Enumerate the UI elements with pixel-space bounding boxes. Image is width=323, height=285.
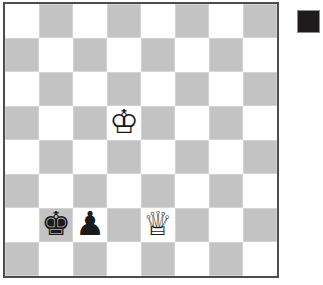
piece-black-pawn: ♟ — [75, 208, 105, 241]
chess-board: ♔♚♟♕ — [3, 2, 279, 278]
square-a4[interactable] — [5, 140, 39, 174]
black-to-move-indicator — [297, 10, 320, 33]
square-a5[interactable] — [5, 106, 39, 140]
square-h8[interactable] — [243, 4, 277, 38]
square-g6[interactable] — [209, 72, 243, 106]
square-a3[interactable] — [5, 174, 39, 208]
square-g1[interactable] — [209, 242, 243, 276]
square-e4[interactable] — [141, 140, 175, 174]
square-c2[interactable]: ♟ — [73, 208, 107, 242]
square-c5[interactable] — [73, 106, 107, 140]
square-e6[interactable] — [141, 72, 175, 106]
square-d3[interactable] — [107, 174, 141, 208]
square-b6[interactable] — [39, 72, 73, 106]
square-e3[interactable] — [141, 174, 175, 208]
square-c3[interactable] — [73, 174, 107, 208]
square-f3[interactable] — [175, 174, 209, 208]
square-f5[interactable] — [175, 106, 209, 140]
square-h7[interactable] — [243, 38, 277, 72]
square-c7[interactable] — [73, 38, 107, 72]
square-c1[interactable] — [73, 242, 107, 276]
square-d5[interactable]: ♔ — [107, 106, 141, 140]
square-d6[interactable] — [107, 72, 141, 106]
square-b7[interactable] — [39, 38, 73, 72]
square-d4[interactable] — [107, 140, 141, 174]
square-b5[interactable] — [39, 106, 73, 140]
square-f4[interactable] — [175, 140, 209, 174]
square-h3[interactable] — [243, 174, 277, 208]
square-c6[interactable] — [73, 72, 107, 106]
square-g4[interactable] — [209, 140, 243, 174]
square-a7[interactable] — [5, 38, 39, 72]
square-e5[interactable] — [141, 106, 175, 140]
square-f7[interactable] — [175, 38, 209, 72]
square-h5[interactable] — [243, 106, 277, 140]
square-b3[interactable] — [39, 174, 73, 208]
square-h1[interactable] — [243, 242, 277, 276]
square-h4[interactable] — [243, 140, 277, 174]
square-g7[interactable] — [209, 38, 243, 72]
square-d7[interactable] — [107, 38, 141, 72]
piece-black-king: ♚ — [41, 208, 71, 241]
square-c8[interactable] — [73, 4, 107, 38]
square-g5[interactable] — [209, 106, 243, 140]
square-a6[interactable] — [5, 72, 39, 106]
square-b4[interactable] — [39, 140, 73, 174]
square-a1[interactable] — [5, 242, 39, 276]
square-g3[interactable] — [209, 174, 243, 208]
square-b2[interactable]: ♚ — [39, 208, 73, 242]
square-h6[interactable] — [243, 72, 277, 106]
square-e7[interactable] — [141, 38, 175, 72]
square-e2[interactable]: ♕ — [141, 208, 175, 242]
square-b1[interactable] — [39, 242, 73, 276]
square-f6[interactable] — [175, 72, 209, 106]
square-a8[interactable] — [5, 4, 39, 38]
square-d8[interactable] — [107, 4, 141, 38]
square-b8[interactable] — [39, 4, 73, 38]
square-h2[interactable] — [243, 208, 277, 242]
square-d1[interactable] — [107, 242, 141, 276]
square-d2[interactable] — [107, 208, 141, 242]
square-f2[interactable] — [175, 208, 209, 242]
square-g8[interactable] — [209, 4, 243, 38]
square-c4[interactable] — [73, 140, 107, 174]
square-f8[interactable] — [175, 4, 209, 38]
square-a2[interactable] — [5, 208, 39, 242]
square-g2[interactable] — [209, 208, 243, 242]
square-e1[interactable] — [141, 242, 175, 276]
piece-white-queen: ♕ — [143, 208, 173, 241]
piece-white-king: ♔ — [109, 106, 139, 139]
square-e8[interactable] — [141, 4, 175, 38]
square-f1[interactable] — [175, 242, 209, 276]
